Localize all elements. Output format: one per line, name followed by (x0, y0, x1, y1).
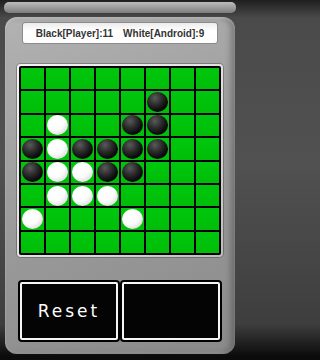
board-cell[interactable] (121, 68, 144, 89)
board-cell[interactable] (71, 208, 94, 229)
board-cell[interactable] (171, 115, 194, 136)
board-cell[interactable] (196, 162, 219, 183)
board-cell[interactable] (46, 91, 69, 112)
board-cell[interactable] (146, 208, 169, 229)
board-cell[interactable] (146, 115, 169, 136)
board-cell[interactable] (171, 91, 194, 112)
board-frame (17, 64, 223, 257)
white-stone (72, 162, 93, 182)
black-stone (122, 115, 143, 135)
board-cell[interactable] (121, 138, 144, 159)
black-stone (147, 115, 168, 135)
board-cell[interactable] (46, 68, 69, 89)
white-stone (47, 186, 68, 206)
black-stone (147, 139, 168, 159)
board-cell[interactable] (196, 185, 219, 206)
black-stone (122, 162, 143, 182)
board-cell[interactable] (171, 138, 194, 159)
board-cell[interactable] (46, 185, 69, 206)
board-cell[interactable] (146, 91, 169, 112)
reset-button[interactable]: Reset (20, 282, 118, 340)
board-cell[interactable] (196, 208, 219, 229)
board-cell[interactable] (21, 232, 44, 253)
white-stone (47, 162, 68, 182)
board-cell[interactable] (71, 115, 94, 136)
board-cell[interactable] (46, 138, 69, 159)
white-stone (22, 209, 43, 229)
board-cell[interactable] (121, 185, 144, 206)
board-cell[interactable] (71, 162, 94, 183)
board-cell[interactable] (121, 115, 144, 136)
white-stone (97, 186, 118, 206)
board-cell[interactable] (121, 91, 144, 112)
white-stone (122, 209, 143, 229)
black-stone (122, 139, 143, 159)
board-cell[interactable] (196, 91, 219, 112)
board-cell[interactable] (21, 208, 44, 229)
black-score-label: Black[Player]:11 (36, 28, 113, 39)
board-cell[interactable] (196, 138, 219, 159)
board-cell[interactable] (121, 162, 144, 183)
reset-button-label: Reset (38, 301, 101, 321)
board-cell[interactable] (21, 68, 44, 89)
board-cell[interactable] (171, 162, 194, 183)
board-cell[interactable] (196, 232, 219, 253)
black-stone (22, 162, 43, 182)
white-score-label: White[Android]:9 (123, 28, 204, 39)
board-cell[interactable] (96, 232, 119, 253)
board-cell[interactable] (46, 162, 69, 183)
board-cell[interactable] (71, 68, 94, 89)
board-cell[interactable] (146, 68, 169, 89)
board-cell[interactable] (46, 232, 69, 253)
board-cell[interactable] (96, 91, 119, 112)
white-stone (47, 115, 68, 135)
board-cell[interactable] (196, 68, 219, 89)
board-cell[interactable] (21, 115, 44, 136)
white-stone (47, 139, 68, 159)
board-cell[interactable] (121, 232, 144, 253)
board-cell[interactable] (146, 185, 169, 206)
top-decoration-strip (4, 2, 236, 13)
board-cell[interactable] (21, 138, 44, 159)
score-bar: Black[Player]:11 White[Android]:9 (22, 22, 218, 44)
board-cell[interactable] (96, 185, 119, 206)
board-cell[interactable] (121, 208, 144, 229)
board-cell[interactable] (171, 68, 194, 89)
board-cell[interactable] (96, 115, 119, 136)
board-cell[interactable] (21, 185, 44, 206)
board-cell[interactable] (71, 185, 94, 206)
board-cell[interactable] (71, 138, 94, 159)
board-cell[interactable] (21, 91, 44, 112)
board-cell[interactable] (146, 162, 169, 183)
secondary-button[interactable] (122, 282, 220, 340)
board-cell[interactable] (171, 232, 194, 253)
board-cell[interactable] (71, 91, 94, 112)
black-stone (97, 139, 118, 159)
black-stone (72, 139, 93, 159)
board-cell[interactable] (196, 115, 219, 136)
board-cell[interactable] (96, 68, 119, 89)
board-cell[interactable] (146, 138, 169, 159)
board-cell[interactable] (71, 232, 94, 253)
board-cell[interactable] (96, 208, 119, 229)
black-stone (147, 92, 168, 112)
board-cell[interactable] (21, 162, 44, 183)
board-cell[interactable] (46, 208, 69, 229)
board-cell[interactable] (46, 115, 69, 136)
black-stone (97, 162, 118, 182)
white-stone (72, 186, 93, 206)
board-cell[interactable] (146, 232, 169, 253)
board-cell[interactable] (96, 138, 119, 159)
board-grid (19, 66, 221, 255)
black-stone (22, 139, 43, 159)
board-cell[interactable] (171, 208, 194, 229)
board-cell[interactable] (96, 162, 119, 183)
board-cell[interactable] (171, 185, 194, 206)
